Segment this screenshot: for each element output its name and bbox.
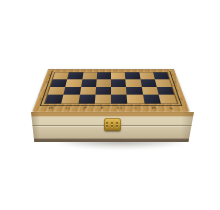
- board-square-d5: [111, 72, 126, 79]
- board-frame: HGFEDCBA 5678 5678: [32, 69, 190, 112]
- board-square-d8: [111, 95, 128, 104]
- clasp-stud-icon: [111, 122, 113, 124]
- file-label: D: [111, 105, 128, 110]
- board-square-a7: [156, 87, 174, 95]
- board-square-d6: [111, 79, 126, 86]
- board-square-g5: [67, 72, 83, 79]
- chess-box-photo: HGFEDCBA 5678 5678: [0, 0, 220, 210]
- file-label: G: [59, 105, 77, 110]
- board-square-e6: [96, 79, 111, 86]
- board-square-c8: [127, 95, 144, 104]
- file-label: E: [94, 105, 111, 110]
- board-square-e7: [95, 87, 111, 95]
- board-square-e5: [96, 72, 111, 79]
- file-labels: HGFEDCBA: [42, 105, 181, 110]
- board-grid: [44, 72, 179, 104]
- board-lid: HGFEDCBA 5678 5678: [32, 69, 190, 112]
- clasp-stud-icon: [116, 122, 118, 124]
- board-square-a8: [158, 95, 177, 104]
- board-square-c6: [126, 79, 142, 86]
- board-square-e8: [94, 95, 111, 104]
- board-square-g6: [66, 79, 82, 86]
- rank-label: 6: [171, 79, 180, 87]
- file-label: F: [76, 105, 94, 110]
- board-square-c7: [126, 87, 142, 95]
- clasp-stud-icon: [111, 125, 113, 127]
- box-front-panel: [30, 112, 194, 142]
- board-square-d7: [111, 87, 127, 95]
- board-square-f6: [81, 79, 97, 86]
- clasp-stud-icon: [116, 125, 118, 127]
- file-label: A: [162, 105, 181, 110]
- clasp-stud-icon: [106, 125, 108, 127]
- board-square-a5: [153, 72, 169, 79]
- rank-label: 8: [176, 95, 187, 104]
- rank-label: 5: [168, 72, 177, 79]
- file-label: H: [42, 105, 61, 110]
- brass-clasp-icon: [104, 118, 121, 131]
- rank-label: 7: [173, 87, 183, 95]
- board-square-g7: [64, 87, 81, 95]
- board-square-a6: [155, 79, 172, 86]
- board-square-f5: [82, 72, 97, 79]
- board-square-f8: [78, 95, 95, 104]
- board-square-c5: [125, 72, 140, 79]
- board-square-f7: [79, 87, 95, 95]
- clasp-stud-icon: [106, 122, 108, 124]
- file-label: C: [128, 105, 146, 110]
- file-label: B: [145, 105, 163, 110]
- board-square-g8: [61, 95, 79, 104]
